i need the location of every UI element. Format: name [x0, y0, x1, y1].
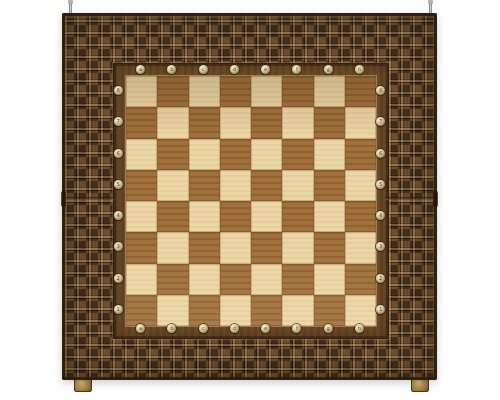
side-hinge-right-icon	[433, 191, 438, 207]
square-g6[interactable]	[314, 139, 345, 170]
square-g3[interactable]	[314, 232, 345, 263]
square-c3[interactable]	[189, 232, 220, 263]
chess-board: aabbccddeeffgghh8877665544332211	[62, 13, 437, 380]
square-d5[interactable]	[220, 170, 251, 201]
square-h8[interactable]	[345, 76, 376, 107]
square-d1[interactable]	[220, 295, 251, 326]
product-photo-canvas: aabbccddeeffgghh8877665544332211	[0, 0, 500, 400]
file-stud-top-d: d	[230, 65, 239, 74]
square-h1[interactable]	[345, 295, 376, 326]
file-stud-top-b: b	[167, 65, 176, 74]
rank-stud-left-2: 2	[114, 274, 123, 283]
square-e4[interactable]	[251, 201, 282, 232]
square-b8[interactable]	[157, 76, 188, 107]
file-stud-top-h: h	[355, 65, 364, 74]
square-e2[interactable]	[251, 264, 282, 295]
square-e8[interactable]	[251, 76, 282, 107]
brass-foot-right-icon	[411, 378, 429, 392]
square-b2[interactable]	[157, 264, 188, 295]
square-h3[interactable]	[345, 232, 376, 263]
square-g4[interactable]	[314, 201, 345, 232]
file-stud-top-e: e	[261, 65, 270, 74]
square-g5[interactable]	[314, 170, 345, 201]
square-h7[interactable]	[345, 107, 376, 138]
square-f4[interactable]	[282, 201, 313, 232]
file-stud-top-g: g	[324, 65, 333, 74]
rank-stud-left-5: 5	[114, 180, 123, 189]
square-d7[interactable]	[220, 107, 251, 138]
square-e6[interactable]	[251, 139, 282, 170]
square-c4[interactable]	[189, 201, 220, 232]
file-stud-bottom-c: c	[199, 324, 208, 333]
file-stud-top-f: f	[292, 65, 301, 74]
file-stud-top-c: c	[199, 65, 208, 74]
square-g7[interactable]	[314, 107, 345, 138]
square-f3[interactable]	[282, 232, 313, 263]
square-c8[interactable]	[189, 76, 220, 107]
square-d8[interactable]	[220, 76, 251, 107]
rank-stud-left-1: 1	[114, 305, 123, 314]
square-g8[interactable]	[314, 76, 345, 107]
square-h6[interactable]	[345, 139, 376, 170]
square-b6[interactable]	[157, 139, 188, 170]
square-a4[interactable]	[126, 201, 157, 232]
file-stud-bottom-e: e	[261, 324, 270, 333]
rank-stud-left-7: 7	[114, 117, 123, 126]
squares-grid	[126, 76, 376, 326]
square-c7[interactable]	[189, 107, 220, 138]
square-e5[interactable]	[251, 170, 282, 201]
rank-stud-right-1: 1	[376, 305, 385, 314]
square-b1[interactable]	[157, 295, 188, 326]
file-stud-bottom-h: h	[355, 324, 364, 333]
square-a3[interactable]	[126, 232, 157, 263]
square-a5[interactable]	[126, 170, 157, 201]
square-e7[interactable]	[251, 107, 282, 138]
square-c5[interactable]	[189, 170, 220, 201]
rank-stud-left-8: 8	[114, 86, 123, 95]
square-f6[interactable]	[282, 139, 313, 170]
square-d2[interactable]	[220, 264, 251, 295]
rank-stud-right-6: 6	[376, 149, 385, 158]
file-stud-top-a: a	[136, 65, 145, 74]
file-stud-bottom-g: g	[324, 324, 333, 333]
square-b7[interactable]	[157, 107, 188, 138]
rank-stud-left-3: 3	[114, 242, 123, 251]
square-h4[interactable]	[345, 201, 376, 232]
square-a7[interactable]	[126, 107, 157, 138]
rank-stud-right-2: 2	[376, 274, 385, 283]
square-f8[interactable]	[282, 76, 313, 107]
file-stud-bottom-a: a	[136, 324, 145, 333]
square-e1[interactable]	[251, 295, 282, 326]
square-h5[interactable]	[345, 170, 376, 201]
square-c6[interactable]	[189, 139, 220, 170]
square-f5[interactable]	[282, 170, 313, 201]
side-hinge-left-icon	[61, 191, 66, 207]
fold-seam-right	[385, 197, 435, 200]
square-f7[interactable]	[282, 107, 313, 138]
file-stud-bottom-d: d	[230, 324, 239, 333]
square-a8[interactable]	[126, 76, 157, 107]
rank-stud-left-4: 4	[114, 211, 123, 220]
square-b3[interactable]	[157, 232, 188, 263]
square-c1[interactable]	[189, 295, 220, 326]
square-a6[interactable]	[126, 139, 157, 170]
square-f1[interactable]	[282, 295, 313, 326]
square-g2[interactable]	[314, 264, 345, 295]
square-b4[interactable]	[157, 201, 188, 232]
rank-stud-right-5: 5	[376, 180, 385, 189]
square-f2[interactable]	[282, 264, 313, 295]
square-a2[interactable]	[126, 264, 157, 295]
square-h2[interactable]	[345, 264, 376, 295]
fold-seam-left	[64, 197, 114, 200]
file-stud-bottom-f: f	[292, 324, 301, 333]
square-c2[interactable]	[189, 264, 220, 295]
square-d6[interactable]	[220, 139, 251, 170]
inner-walnut-panel	[113, 63, 389, 339]
square-d3[interactable]	[220, 232, 251, 263]
file-stud-bottom-b: b	[167, 324, 176, 333]
rank-stud-left-6: 6	[114, 149, 123, 158]
square-d4[interactable]	[220, 201, 251, 232]
square-e3[interactable]	[251, 232, 282, 263]
brass-foot-left-icon	[74, 378, 92, 392]
square-a1[interactable]	[126, 295, 157, 326]
square-g1[interactable]	[314, 295, 345, 326]
square-b5[interactable]	[157, 170, 188, 201]
